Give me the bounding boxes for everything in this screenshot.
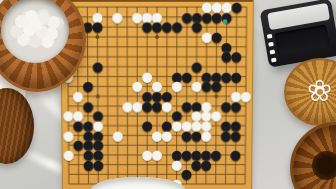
black-stone: ● — [181, 169, 191, 179]
black-stone: ● — [93, 160, 103, 170]
table-scene: ●●●●●●●●●●●●●●●●●●●●●●●●●●●●●●●●●●●●●●●●… — [0, 0, 336, 189]
black-stone: ● — [211, 81, 221, 91]
white-stone: ● — [162, 130, 172, 140]
black-stone: ● — [201, 160, 211, 170]
black-stone: ● — [230, 150, 240, 160]
go-board-grid: ●●●●●●●●●●●●●●●●●●●●●●●●●●●●●●●●●●●●●●●●… — [67, 7, 246, 184]
black-stone: ● — [231, 101, 241, 111]
black-stone: ● — [231, 71, 241, 81]
black-stone: ● — [231, 130, 241, 140]
white-stone: ● — [152, 150, 162, 160]
black-stone: ● — [92, 22, 102, 32]
black-stone: ● — [232, 2, 242, 12]
white-stones-pile — [29, 19, 42, 32]
black-stone: ● — [172, 22, 182, 32]
clock-button — [267, 34, 273, 39]
black-stone: ● — [231, 52, 241, 62]
flower-center — [317, 89, 323, 95]
right-basket — [290, 122, 336, 189]
white-stone: ● — [241, 91, 251, 101]
go-board: ●●●●●●●●●●●●●●●●●●●●●●●●●●●●●●●●●●●●●●●●… — [60, 0, 254, 189]
white-stone: ● — [113, 130, 123, 140]
white-stone: ● — [112, 12, 122, 22]
basket-lid: ❀ — [284, 58, 336, 126]
clock-button — [270, 50, 276, 55]
white-stone: ● — [172, 81, 182, 91]
black-stone: ● — [83, 81, 93, 91]
left-basket — [0, 88, 34, 164]
stones-layer: ●●●●●●●●●●●●●●●●●●●●●●●●●●●●●●●●●●●●●●●●… — [67, 7, 246, 184]
white-stone: ● — [64, 150, 74, 160]
clock-display — [275, 24, 330, 56]
white-stone: ● — [201, 130, 211, 140]
clock-button — [268, 42, 274, 47]
black-stone: ● — [211, 150, 221, 160]
clock-button — [271, 58, 277, 63]
white-stone-bowl-opening — [1, 0, 69, 63]
black-stone: ● — [92, 62, 102, 72]
teal-marker — [223, 19, 227, 23]
